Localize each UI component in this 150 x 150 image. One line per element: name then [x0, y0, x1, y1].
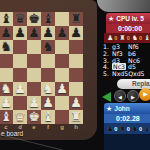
john-clock: 0:02.28 — [104, 114, 150, 123]
black-piece-n-c6[interactable]: ♞ — [0, 40, 12, 54]
square-d5[interactable] — [13, 54, 27, 68]
move-row-3[interactable]: 3.d3Nc6 — [103, 58, 150, 65]
black-piece-p-g7[interactable]: ♟ — [56, 26, 68, 40]
white-piece-q-d1[interactable]: ♛ — [14, 110, 26, 124]
square-c2[interactable]: ♟ — [0, 96, 13, 110]
square-h1[interactable]: ♜ — [69, 110, 83, 124]
square-g1[interactable] — [55, 110, 69, 124]
white-piece-p-g3[interactable]: ♟ — [56, 82, 68, 96]
white-piece-k-e1[interactable]: ♚ — [28, 110, 40, 124]
square-f1[interactable]: ♝ — [41, 110, 55, 124]
square-e6[interactable] — [27, 40, 41, 54]
captured-bishop-icon: ♝ — [144, 124, 150, 134]
cpu-captured-tray: ♟0♜0♞0♝0♛0 — [104, 33, 150, 43]
square-e3[interactable] — [27, 82, 41, 96]
cpu-name: CPU lv. 5 — [116, 15, 144, 22]
play-button[interactable]: ▶ — [139, 88, 150, 101]
white-piece-p-f2[interactable]: ♟ — [42, 96, 54, 110]
square-f6[interactable]: ♞ — [41, 40, 55, 54]
square-h2[interactable]: ♟ — [69, 96, 83, 110]
captured-pawn-count: 0 — [114, 35, 117, 41]
john-name: John — [114, 105, 130, 112]
black-piece-p-c7[interactable]: ♟ — [0, 26, 12, 40]
square-f4[interactable] — [41, 68, 55, 82]
captured-bishop-icon: ♝ — [144, 33, 150, 43]
square-c6[interactable]: ♞ — [0, 40, 13, 54]
square-h3[interactable] — [69, 82, 83, 96]
white-move[interactable]: Nxd5 — [112, 71, 128, 78]
captured-pawn-count: 0 — [114, 126, 117, 132]
white-piece-n-c3[interactable]: ♞ — [0, 82, 12, 96]
captured-knight-icon: ♞ — [132, 33, 138, 43]
black-piece-b-c8[interactable]: ♝ — [0, 12, 12, 26]
john-player-bar: ★ John — [104, 103, 150, 114]
black-move[interactable]: Qxd5 — [128, 71, 144, 78]
captured-knight-icon: ♞ — [132, 124, 138, 134]
square-f5[interactable] — [41, 54, 55, 68]
file-label-f: f — [41, 124, 55, 131]
john-clock-value: 0:02.28 — [116, 115, 140, 122]
square-d1[interactable]: ♛ — [13, 110, 27, 124]
square-g7[interactable]: ♟ — [55, 26, 69, 40]
white-piece-n-f3[interactable]: ♞ — [42, 82, 54, 96]
captured-rook-count: 0 — [127, 35, 130, 41]
black-piece-p-e7[interactable]: ♟ — [28, 26, 40, 40]
cpu-clock: 0:00:00 — [106, 24, 150, 33]
move-row-2[interactable]: 2.Nf3b6 — [103, 51, 150, 58]
chess-board[interactable]: ♜♝♛♚♝♜♟♟♟♟♟♟♟♟♞♞♞♟♞♟♟♟♟♟♟♟♜♝♛♚♝♜ — [0, 12, 83, 124]
square-h6[interactable] — [69, 40, 83, 54]
square-c7[interactable]: ♟ — [0, 26, 13, 40]
black-piece-n-f6[interactable]: ♞ — [42, 40, 54, 54]
square-f3[interactable]: ♞ — [41, 82, 55, 96]
move-row-5[interactable]: 5.Nxd5Qxd5 — [103, 71, 150, 78]
square-h4[interactable] — [69, 68, 83, 82]
move-list[interactable]: 1.g3Nf62.Nf3b63.d3Nc64.Nc3d55.Nxd5Qxd5 — [100, 43, 150, 78]
chess-app-screen: ♜♝♛♚♝♜♟♟♟♟♟♟♟♟♞♞♞♟♞♟♟♟♟♟♟♟♜♝♛♚♝♜ abcdefg… — [0, 0, 150, 150]
square-g8[interactable] — [55, 12, 69, 26]
white-piece-p-h2[interactable]: ♟ — [70, 96, 82, 110]
file-label-h: h — [69, 124, 83, 131]
captured-knight-count: 0 — [139, 126, 142, 132]
square-e5[interactable] — [27, 54, 41, 68]
square-d6[interactable] — [13, 40, 27, 54]
white-piece-p-e2[interactable]: ♟ — [28, 96, 40, 110]
john-star-icon: ★ — [106, 105, 112, 112]
square-g4[interactable] — [55, 68, 69, 82]
square-c8[interactable]: ♝ — [0, 12, 13, 26]
john-captured-tray: ♟0♜0♞0♝0♛0 — [104, 123, 150, 134]
panel-rim — [97, 0, 150, 12]
square-d3[interactable]: ♟ — [13, 82, 27, 96]
square-d8[interactable]: ♛ — [13, 12, 27, 26]
captured-knight-count: 0 — [139, 35, 142, 41]
captured-pawn-icon: ♟ — [107, 124, 113, 134]
square-d2[interactable] — [13, 96, 27, 110]
file-label-g: g — [55, 124, 69, 131]
square-e1[interactable]: ♚ — [27, 110, 41, 124]
square-f2[interactable]: ♟ — [41, 96, 55, 110]
step-forward-button[interactable]: ▶ — [127, 90, 139, 102]
white-piece-r-h1[interactable]: ♜ — [70, 110, 82, 124]
captured-pawn-icon: ♟ — [107, 33, 113, 43]
square-g2[interactable] — [55, 96, 69, 110]
cpu-player-bar: ★ CPU lv. 5 — [106, 13, 150, 24]
black-piece-p-h7[interactable]: ♟ — [70, 26, 82, 40]
file-label-e: e — [27, 124, 41, 131]
square-c4[interactable] — [0, 68, 13, 82]
square-c5[interactable] — [0, 54, 13, 68]
black-piece-q-d8[interactable]: ♛ — [14, 12, 26, 26]
square-g6[interactable] — [55, 40, 69, 54]
square-d7[interactable]: ♟ — [13, 26, 27, 40]
black-piece-k-e8[interactable]: ♚ — [28, 12, 40, 26]
move-row-1[interactable]: 1.g3Nf6 — [103, 44, 150, 51]
square-f7[interactable]: ♟ — [41, 26, 55, 40]
white-piece-p-c2[interactable]: ♟ — [0, 96, 12, 110]
square-e8[interactable]: ♚ — [27, 12, 41, 26]
captured-rook-icon: ♜ — [119, 124, 125, 134]
rewind-arrow-icon[interactable] — [102, 92, 111, 102]
cpu-star-icon: ★ — [108, 15, 114, 22]
square-c1[interactable]: ♝ — [0, 110, 13, 124]
square-h5[interactable] — [69, 54, 83, 68]
cpu-clock-value: 0:00:00 — [118, 25, 142, 32]
square-f8[interactable]: ♝ — [41, 12, 55, 26]
square-e2[interactable]: ♟ — [27, 96, 41, 110]
step-back-button[interactable]: ◀ — [114, 90, 126, 102]
black-piece-p-f7[interactable]: ♟ — [42, 26, 54, 40]
black-piece-p-d7[interactable]: ♟ — [14, 26, 26, 40]
white-piece-b-c1[interactable]: ♝ — [0, 110, 12, 124]
square-e7[interactable]: ♟ — [27, 26, 41, 40]
square-d4[interactable] — [13, 68, 27, 82]
white-piece-b-f1[interactable]: ♝ — [42, 110, 54, 124]
captured-rook-icon: ♜ — [119, 33, 125, 43]
square-g5[interactable] — [55, 54, 69, 68]
square-h8[interactable]: ♜ — [69, 12, 83, 26]
black-piece-b-f8[interactable]: ♝ — [42, 12, 54, 26]
captured-rook-count: 0 — [127, 126, 130, 132]
white-piece-p-d3[interactable]: ♟ — [14, 82, 26, 96]
square-e4[interactable] — [27, 68, 41, 82]
move-number: 5. — [103, 71, 112, 78]
square-c3[interactable]: ♞ — [0, 82, 13, 96]
square-g3[interactable]: ♟ — [55, 82, 69, 96]
panel-bottom — [104, 134, 150, 150]
black-piece-r-h8[interactable]: ♜ — [70, 12, 82, 26]
square-h7[interactable]: ♟ — [69, 26, 83, 40]
